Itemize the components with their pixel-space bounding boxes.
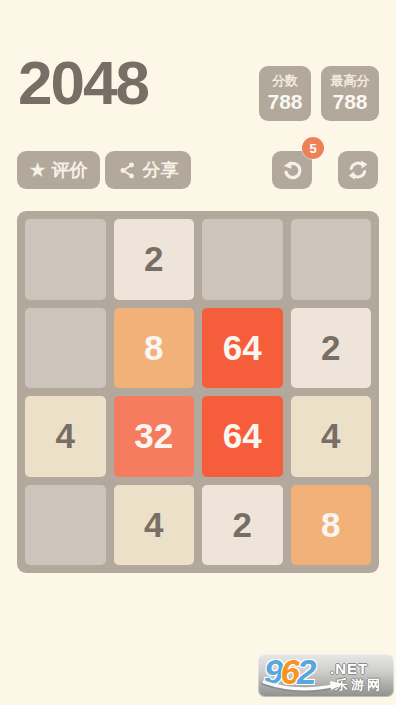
share-button[interactable]: 分享 bbox=[105, 151, 191, 189]
tile-8: 8 bbox=[114, 308, 195, 389]
empty-cell bbox=[25, 485, 106, 566]
tile-2: 2 bbox=[114, 219, 195, 300]
watermark-tld: .NET bbox=[330, 660, 368, 677]
empty-cell bbox=[25, 219, 106, 300]
refresh-button[interactable] bbox=[338, 151, 378, 189]
tile-2: 2 bbox=[291, 308, 372, 389]
empty-cell bbox=[25, 308, 106, 389]
refresh-icon bbox=[347, 159, 369, 181]
score-box: 分数 788 bbox=[259, 66, 311, 121]
empty-cell bbox=[202, 219, 283, 300]
best-score-box: 最高分 788 bbox=[321, 66, 379, 121]
rate-button[interactable]: ★ 评价 bbox=[17, 151, 100, 189]
page-title: 2048 bbox=[18, 50, 148, 115]
board[interactable]: 28642432644428 bbox=[17, 211, 379, 573]
tile-4: 4 bbox=[291, 396, 372, 477]
undo-button[interactable]: 5 bbox=[272, 151, 312, 189]
best-score-value: 788 bbox=[332, 89, 367, 114]
watermark-logo[interactable]: 962 .NET 乐游网 bbox=[258, 654, 394, 697]
game-screen: 2048 分数 788 最高分 788 ★ 评价 分享 bbox=[0, 0, 396, 705]
tile-4: 4 bbox=[114, 485, 195, 566]
star-icon: ★ bbox=[29, 161, 45, 179]
tile-64: 64 bbox=[202, 396, 283, 477]
share-icon bbox=[118, 161, 137, 180]
tile-2: 2 bbox=[202, 485, 283, 566]
rate-button-label: 评价 bbox=[52, 158, 88, 182]
tile-32: 32 bbox=[114, 396, 195, 477]
tile-8: 8 bbox=[291, 485, 372, 566]
score-label: 分数 bbox=[272, 73, 298, 89]
best-score-label: 最高分 bbox=[331, 73, 370, 89]
score-value: 788 bbox=[267, 89, 302, 114]
empty-cell bbox=[291, 219, 372, 300]
share-button-label: 分享 bbox=[143, 158, 179, 182]
tile-4: 4 bbox=[25, 396, 106, 477]
undo-icon bbox=[281, 159, 304, 182]
undo-count-badge: 5 bbox=[302, 137, 324, 159]
tile-64: 64 bbox=[202, 308, 283, 389]
